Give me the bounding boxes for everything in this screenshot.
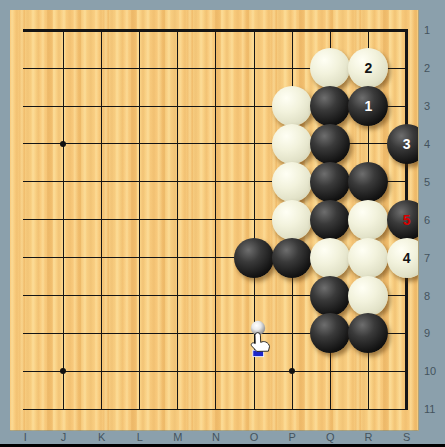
stone-white-P4 — [272, 124, 312, 164]
stone-white-P3 — [272, 86, 312, 126]
stone-white-R6 — [348, 200, 388, 240]
stone-white-R7 — [348, 238, 388, 278]
go-board[interactable]: 21354 — [10, 10, 419, 431]
stone-black-R3: 1 — [348, 86, 388, 126]
stone-white-P6 — [272, 200, 312, 240]
col-label-P: P — [280, 432, 304, 443]
col-label-R: R — [356, 432, 380, 443]
stone-white-R2: 2 — [348, 48, 388, 88]
stone-white-R8 — [348, 276, 388, 316]
grid-line-v-N — [215, 29, 216, 410]
col-label-Q: Q — [318, 432, 342, 443]
stone-white-S7: 4 — [387, 238, 419, 278]
grid-line-v-K — [101, 29, 102, 410]
stone-black-S6: 5 — [387, 200, 419, 240]
stone-black-R5 — [348, 162, 388, 202]
col-label-I: I — [13, 432, 37, 443]
move-number-2: 2 — [365, 61, 373, 75]
stone-black-R9 — [348, 313, 388, 353]
col-label-K: K — [90, 432, 114, 443]
row-label-9: 9 — [424, 328, 444, 339]
stone-black-P7 — [272, 238, 312, 278]
star-point-J4 — [60, 141, 66, 147]
move-number-3: 3 — [403, 137, 411, 151]
col-label-S: S — [395, 432, 419, 443]
move-number-1: 1 — [365, 99, 373, 113]
col-label-L: L — [128, 432, 152, 443]
move-number-5: 5 — [403, 213, 411, 227]
row-label-3: 3 — [424, 101, 444, 112]
stone-black-Q8 — [310, 276, 350, 316]
row-label-1: 1 — [424, 25, 444, 36]
stone-white-P5 — [272, 162, 312, 202]
stone-white-Q7 — [310, 238, 350, 278]
stone-white-Q2 — [310, 48, 350, 88]
stone-black-Q6 — [310, 200, 350, 240]
col-label-M: M — [166, 432, 190, 443]
col-label-J: J — [51, 432, 75, 443]
stone-black-Q5 — [310, 162, 350, 202]
grid-line-v-M — [177, 29, 178, 410]
grid-line-v-O — [254, 29, 255, 410]
grid-line-v-L — [139, 29, 140, 410]
stone-black-Q9 — [310, 313, 350, 353]
row-label-10: 10 — [424, 366, 444, 377]
star-point-J10 — [60, 368, 66, 374]
stone-black-O7 — [234, 238, 274, 278]
row-label-11: 11 — [424, 404, 444, 415]
move-number-4: 4 — [403, 251, 411, 265]
stone-black-Q3 — [310, 86, 350, 126]
row-label-4: 4 — [424, 139, 444, 150]
grid-line-v-J — [63, 29, 64, 410]
star-point-P10 — [289, 368, 295, 374]
col-label-N: N — [204, 432, 228, 443]
row-label-6: 6 — [424, 215, 444, 226]
stone-black-Q4 — [310, 124, 350, 164]
go-app-window: 21354 IJKLMNOPQRS 1234567891011 — [0, 0, 445, 447]
row-label-2: 2 — [424, 63, 444, 74]
row-label-7: 7 — [424, 253, 444, 264]
stone-black-S4: 3 — [387, 124, 419, 164]
col-label-O: O — [242, 432, 266, 443]
row-label-8: 8 — [424, 291, 444, 302]
row-label-5: 5 — [424, 177, 444, 188]
